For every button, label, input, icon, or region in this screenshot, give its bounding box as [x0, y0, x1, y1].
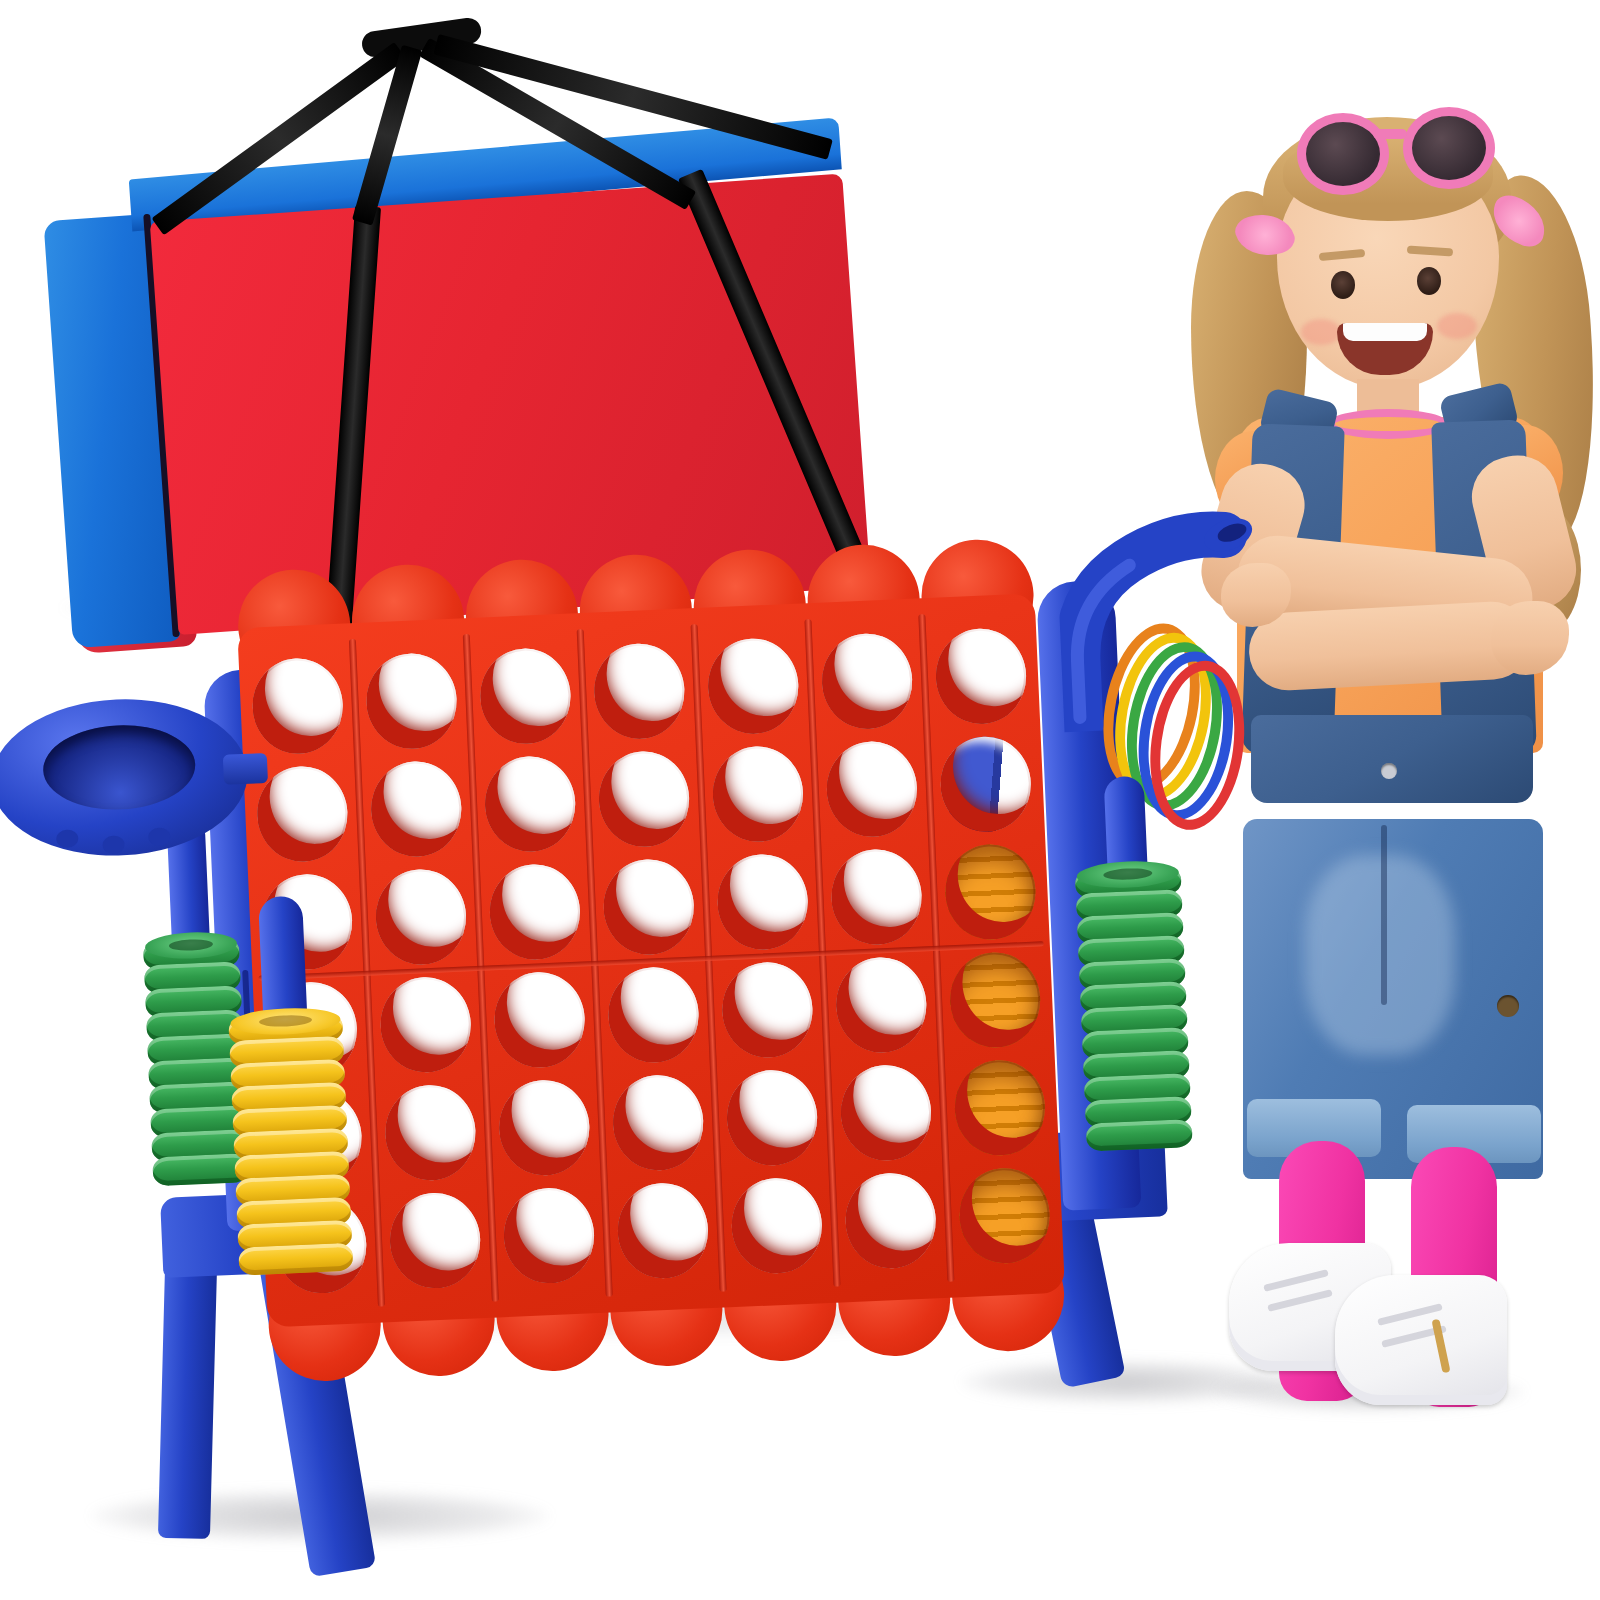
board-cell-r4c4 — [594, 958, 713, 1071]
product-photo-scene — [0, 0, 1600, 1600]
empty-hole — [839, 1063, 933, 1162]
eye — [1417, 267, 1441, 295]
empty-hole — [497, 1078, 591, 1177]
board-cell-r2c4 — [585, 742, 704, 855]
basketball-hoop — [0, 694, 251, 861]
empty-hole — [255, 764, 349, 863]
board-cell-r6c7 — [945, 1159, 1064, 1272]
empty-hole — [820, 631, 914, 730]
empty-hole — [365, 651, 459, 750]
empty-hole — [830, 847, 924, 946]
orange-disc-in-board — [943, 842, 1037, 941]
board-cell-r1c3 — [466, 639, 585, 752]
board-cell-r1c2 — [352, 644, 471, 757]
board-cell-r4c2 — [366, 968, 485, 1081]
empty-hole — [374, 867, 468, 966]
board-cell-r3c3 — [476, 855, 595, 968]
empty-hole — [502, 1186, 596, 1285]
board-cell-r3c6 — [817, 840, 936, 953]
empty-hole — [725, 1068, 819, 1167]
board-cell-r1c5 — [694, 629, 813, 742]
board-cell-r4c3 — [480, 963, 599, 1076]
cheek — [1301, 319, 1341, 345]
board-cell-r5c2 — [371, 1076, 490, 1189]
empty-hole — [592, 641, 686, 740]
board-cell-r1c6 — [808, 624, 927, 737]
board-cell-r4c7 — [936, 943, 1055, 1056]
empty-hole — [730, 1176, 824, 1275]
stack-discs — [1075, 871, 1193, 1151]
sunglasses-lens — [1297, 113, 1389, 195]
empty-hole — [606, 965, 700, 1064]
cheek — [1437, 313, 1477, 339]
eye — [1331, 271, 1355, 299]
empty-hole — [844, 1171, 938, 1270]
empty-hole — [369, 759, 463, 858]
shorts-button — [1497, 995, 1519, 1017]
board-cell-r5c7 — [941, 1051, 1060, 1164]
board-cell-r1c4 — [580, 634, 699, 747]
empty-hole — [478, 646, 572, 745]
board-cell-r6c3 — [490, 1179, 609, 1292]
frame-leg-left-rear — [158, 1238, 218, 1539]
board-cell-r4c6 — [822, 948, 941, 1061]
connect4-board — [237, 593, 1065, 1327]
empty-hole — [716, 852, 810, 951]
board-cell-r3c2 — [362, 860, 481, 973]
orange-disc-in-board — [953, 1058, 1047, 1157]
empty-hole — [602, 857, 696, 956]
board-cell-r6c6 — [831, 1164, 950, 1277]
empty-hole — [616, 1181, 710, 1280]
board-cell-r2c2 — [357, 752, 476, 865]
board-grid — [238, 619, 1064, 1301]
empty-hole — [706, 636, 800, 735]
shorts-seam — [1381, 825, 1387, 1005]
hand — [1491, 601, 1569, 675]
empty-hole — [379, 975, 473, 1074]
board-cell-r2c3 — [471, 747, 590, 860]
empty-hole — [825, 739, 919, 838]
board-cell-r2c6 — [813, 732, 932, 845]
empty-hole — [483, 754, 577, 853]
white-sneaker — [1335, 1275, 1507, 1405]
orange-disc-in-board — [948, 950, 1042, 1049]
board-cell-r6c2 — [376, 1184, 495, 1297]
board-cell-r1c1 — [238, 649, 357, 762]
board-cell-r6c5 — [718, 1169, 837, 1282]
empty-hole — [251, 656, 345, 755]
sunglasses-lens — [1403, 107, 1495, 189]
board-cell-r1c7 — [922, 619, 1041, 732]
empty-hole — [720, 960, 814, 1059]
teeth — [1343, 323, 1427, 341]
board-cell-r5c6 — [827, 1056, 946, 1169]
board-cell-r5c4 — [599, 1066, 718, 1179]
board-cell-r5c5 — [713, 1061, 832, 1174]
board-cell-r5c3 — [485, 1071, 604, 1184]
board-cell-r2c5 — [699, 737, 818, 850]
empty-hole — [493, 970, 587, 1069]
board-cell-r3c7 — [931, 835, 1050, 948]
yellow-disc — [238, 1243, 353, 1276]
board-cell-r3c5 — [703, 845, 822, 958]
ring-toss-arm — [1055, 503, 1274, 732]
hoop-mount — [223, 753, 268, 785]
empty-hole — [611, 1073, 705, 1172]
empty-hole — [939, 734, 1033, 833]
empty-hole — [597, 749, 691, 848]
connect4-frame — [0, 485, 1361, 1600]
board-cell-r6c4 — [604, 1174, 723, 1287]
board-cell-r3c4 — [589, 850, 708, 963]
empty-hole — [834, 955, 928, 1054]
empty-hole — [488, 862, 582, 961]
vest-button — [1381, 763, 1397, 779]
empty-hole — [711, 744, 805, 843]
empty-hole — [383, 1083, 477, 1182]
empty-hole — [388, 1191, 482, 1290]
orange-disc-in-board — [958, 1166, 1052, 1265]
empty-hole — [934, 626, 1028, 725]
board-cell-r2c7 — [926, 727, 1045, 840]
sunglasses-bridge — [1373, 129, 1407, 139]
green-disc — [1086, 1119, 1193, 1152]
stack-discs — [228, 1018, 353, 1276]
board-cell-r4c5 — [708, 953, 827, 1066]
